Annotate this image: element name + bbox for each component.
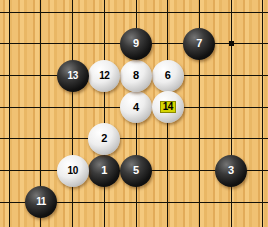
stone-14-white[interactable]: 14 — [152, 91, 184, 123]
stone-8-white[interactable]: 8 — [120, 60, 152, 92]
move-number: 5 — [133, 165, 139, 176]
stone-11-black[interactable]: 11 — [25, 186, 57, 218]
grid-line-vertical — [9, 0, 10, 227]
move-number: 12 — [99, 71, 109, 81]
grid-line-horizontal — [0, 138, 268, 139]
stone-4-white[interactable]: 4 — [120, 91, 152, 123]
stone-7-black[interactable]: 7 — [183, 28, 215, 60]
stone-13-black[interactable]: 13 — [57, 60, 89, 92]
move-number: 8 — [133, 70, 139, 81]
stone-9-black[interactable]: 9 — [120, 28, 152, 60]
star-point — [229, 41, 234, 46]
stone-1-black[interactable]: 1 — [88, 155, 120, 187]
move-number: 11 — [36, 197, 46, 207]
move-number: 9 — [133, 38, 139, 49]
stone-12-white[interactable]: 12 — [88, 60, 120, 92]
stone-3-black[interactable]: 3 — [215, 155, 247, 187]
grid-line-vertical — [72, 0, 73, 227]
move-number-last-move-highlight: 14 — [160, 101, 176, 113]
grid-line-vertical — [231, 0, 232, 227]
move-number: 4 — [133, 102, 139, 113]
move-number: 6 — [165, 70, 171, 81]
grid-line-horizontal — [0, 12, 268, 13]
move-number: 7 — [196, 38, 202, 49]
move-number: 13 — [68, 71, 78, 81]
stone-10-white[interactable]: 10 — [57, 155, 89, 187]
move-number: 10 — [68, 166, 78, 176]
stone-5-black[interactable]: 5 — [120, 155, 152, 187]
go-board[interactable]: 1234567891011121314 — [0, 0, 268, 227]
stone-6-white[interactable]: 6 — [152, 60, 184, 92]
move-number: 2 — [101, 133, 107, 144]
stone-2-white[interactable]: 2 — [88, 123, 120, 155]
grid-line-vertical — [262, 0, 263, 227]
move-number: 3 — [228, 165, 234, 176]
move-number: 1 — [101, 165, 107, 176]
grid-line-vertical — [104, 0, 105, 227]
